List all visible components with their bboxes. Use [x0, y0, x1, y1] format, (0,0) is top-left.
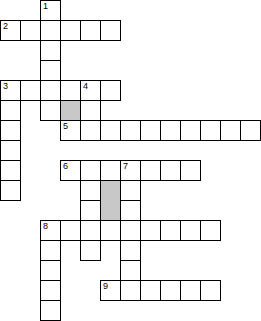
cell-r6-c5[interactable]	[100, 120, 121, 141]
cell-r8-c9[interactable]	[180, 160, 201, 181]
clue-number-1: 1	[43, 1, 48, 11]
cell-r9-c6[interactable]	[120, 180, 141, 201]
cell-r8-c7[interactable]	[140, 160, 161, 181]
cell-r8-c4[interactable]	[80, 160, 101, 181]
cell-r10-c6[interactable]	[120, 200, 141, 221]
cell-r14-c10[interactable]	[200, 280, 221, 301]
cell-r4-c1[interactable]	[20, 80, 41, 101]
clue-number-2: 2	[3, 21, 8, 31]
cell-r6-c0[interactable]	[0, 120, 21, 141]
cell-r12-c6[interactable]	[120, 240, 141, 261]
cell-r4-c5[interactable]	[100, 80, 121, 101]
cell-r14-c7[interactable]	[140, 280, 161, 301]
cell-r1-c2[interactable]	[40, 20, 61, 41]
cell-r8-c0[interactable]	[0, 160, 21, 181]
cell-r9-c5-shaded[interactable]	[100, 180, 121, 201]
cell-r14-c2[interactable]	[40, 280, 61, 301]
cell-r6-c11[interactable]	[220, 120, 241, 141]
cell-r8-c5[interactable]	[100, 160, 121, 181]
cell-r6-c3[interactable]: 5	[60, 120, 81, 141]
crossword-board: 123456789	[0, 0, 261, 321]
cell-r1-c3[interactable]	[60, 20, 81, 41]
cell-r9-c0[interactable]	[0, 180, 21, 201]
cell-r10-c4[interactable]	[80, 200, 101, 221]
cell-r9-c4[interactable]	[80, 180, 101, 201]
cell-r6-c12[interactable]	[240, 120, 261, 141]
cell-r6-c6[interactable]	[120, 120, 141, 141]
cell-r14-c9[interactable]	[180, 280, 201, 301]
cell-r5-c4[interactable]	[80, 100, 101, 121]
cell-r10-c5-shaded[interactable]	[100, 200, 121, 221]
clue-number-5: 5	[63, 121, 68, 131]
cell-r8-c6[interactable]: 7	[120, 160, 141, 181]
cell-r13-c6[interactable]	[120, 260, 141, 281]
cell-r4-c4[interactable]: 4	[80, 80, 101, 101]
cell-r12-c4[interactable]	[80, 240, 101, 261]
cell-r11-c8[interactable]	[160, 220, 181, 241]
clue-number-3: 3	[3, 81, 8, 91]
cell-r14-c6[interactable]	[120, 280, 141, 301]
cell-r2-c2[interactable]	[40, 40, 61, 61]
clue-number-4: 4	[83, 81, 88, 91]
cell-r6-c4[interactable]	[80, 120, 101, 141]
cell-r1-c1[interactable]	[20, 20, 41, 41]
cell-r1-c0[interactable]: 2	[0, 20, 21, 41]
cell-r12-c2[interactable]	[40, 240, 61, 261]
cell-r1-c4[interactable]	[80, 20, 101, 41]
cell-r11-c4[interactable]	[80, 220, 101, 241]
cell-r5-c3-shaded[interactable]	[60, 100, 81, 121]
cell-r6-c8[interactable]	[160, 120, 181, 141]
clue-number-9: 9	[103, 281, 108, 291]
cell-r11-c10[interactable]	[200, 220, 221, 241]
cell-r14-c8[interactable]	[160, 280, 181, 301]
cell-r11-c2[interactable]: 8	[40, 220, 61, 241]
cell-r6-c10[interactable]	[200, 120, 221, 141]
clue-number-8: 8	[43, 221, 48, 231]
cell-r15-c2[interactable]	[40, 300, 61, 321]
cell-r8-c3[interactable]: 6	[60, 160, 81, 181]
cell-r13-c2[interactable]	[40, 260, 61, 281]
cell-r11-c6[interactable]	[120, 220, 141, 241]
cell-r11-c3[interactable]	[60, 220, 81, 241]
cell-r5-c0[interactable]	[0, 100, 21, 121]
cell-r6-c7[interactable]	[140, 120, 161, 141]
cell-r4-c0[interactable]: 3	[0, 80, 21, 101]
clue-number-6: 6	[63, 161, 68, 171]
cell-r4-c2[interactable]	[40, 80, 61, 101]
cell-r6-c9[interactable]	[180, 120, 201, 141]
cell-r1-c5[interactable]	[100, 20, 121, 41]
cell-r7-c0[interactable]	[0, 140, 21, 161]
cell-r5-c2[interactable]	[40, 100, 61, 121]
clue-number-7: 7	[123, 161, 128, 171]
cell-r4-c3[interactable]	[60, 80, 81, 101]
cell-r11-c9[interactable]	[180, 220, 201, 241]
cell-r11-c5[interactable]	[100, 220, 121, 241]
cell-r11-c7[interactable]	[140, 220, 161, 241]
cell-r14-c5[interactable]: 9	[100, 280, 121, 301]
cell-r3-c2[interactable]	[40, 60, 61, 81]
cell-r8-c8[interactable]	[160, 160, 181, 181]
cell-r0-c2[interactable]: 1	[40, 0, 61, 21]
